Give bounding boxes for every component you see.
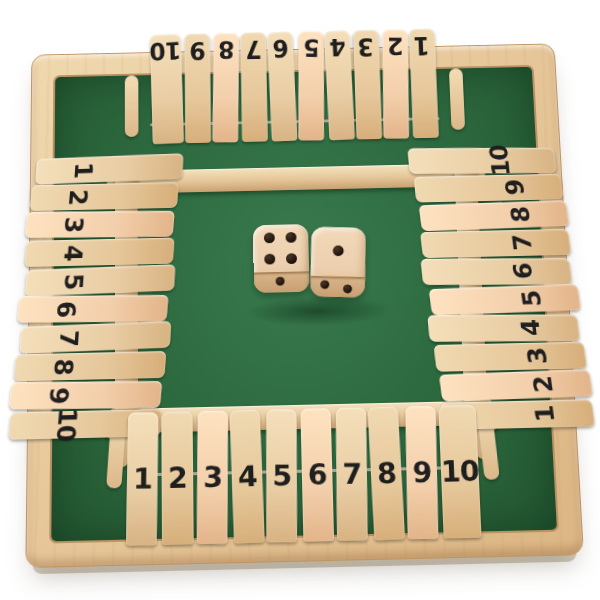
tile-left-3[interactable]: 3 [25,211,175,238]
tile-number: 6 [509,263,536,279]
tile-number: 10 [52,408,80,442]
board-scene: 10 9 8 7 6 5 4 3 2 1 1 2 3 4 5 6 7 8 9 1… [25,43,584,568]
product-photo-canvas: 10 9 8 7 6 5 4 3 2 1 1 2 3 4 5 6 7 8 9 1… [0,0,600,600]
pip [286,253,297,264]
pip [264,254,275,265]
tile-bottom-7[interactable]: 7 [336,408,368,541]
rack-endwall [125,75,139,137]
die-left-showing-4[interactable] [253,224,310,293]
tile-number: 3 [61,217,87,233]
tile-top-2[interactable]: 2 [382,29,409,138]
tile-bottom-6[interactable]: 6 [300,408,334,542]
tile-number: 3 [203,463,222,492]
tile-top-3[interactable]: 3 [353,30,382,140]
tile-number: 5 [518,290,545,307]
tile-number: 4 [237,462,257,491]
tile-number: 7 [509,235,536,251]
tile-number: 7 [56,330,82,347]
pip [276,277,285,286]
tile-top-9[interactable]: 9 [185,33,212,143]
tile-number: 10 [441,457,480,486]
tile-number: 8 [507,206,534,223]
tile-number: 10 [486,145,514,176]
tile-right-10[interactable]: 10 [407,148,556,174]
tile-number: 5 [303,36,318,60]
tile-number: 1 [531,405,558,422]
tile-number: 9 [45,387,72,404]
tile-number: 6 [307,461,326,490]
tile-number: 3 [358,35,374,59]
tile-number: 4 [517,320,544,336]
rack-right: 10 9 8 7 6 5 4 3 2 1 [410,146,595,429]
tile-bottom-10[interactable]: 10 [438,405,481,539]
die-front-face-2 [310,276,365,298]
tile-left-7[interactable]: 7 [20,321,172,354]
tile-number: 2 [168,464,187,493]
tile-number: 4 [60,245,86,261]
tile-number: 7 [342,460,361,489]
pip [320,280,329,289]
tile-right-8[interactable]: 8 [419,200,570,231]
tile-top-6[interactable]: 6 [268,31,298,141]
tile-left-4[interactable]: 4 [24,238,174,267]
tile-number: 10 [150,38,182,63]
tile-number: 9 [501,179,528,195]
tile-number: 9 [190,38,206,62]
tile-number: 2 [387,34,403,58]
pip [286,232,297,243]
tile-number: 8 [377,459,397,488]
pip [343,284,352,293]
shut-the-box-board: 10 9 8 7 6 5 4 3 2 1 1 2 3 4 5 6 7 8 9 1… [25,43,584,568]
rack-left: 1 2 3 4 5 6 7 8 9 10 [8,155,180,440]
tile-right-9[interactable]: 9 [413,174,563,203]
tile-left-8[interactable]: 8 [14,351,167,381]
tile-number: 5 [273,462,292,491]
tile-number: 7 [246,37,262,61]
rack-top: 10 9 8 7 6 5 4 3 2 1 [151,29,439,144]
tile-right-4[interactable]: 4 [427,314,580,341]
tile-left-1[interactable]: 1 [35,153,183,184]
die-top-face-1 [311,227,366,278]
tile-right-2[interactable]: 2 [439,369,593,401]
tile-left-6[interactable]: 6 [17,295,169,323]
tile-bottom-1[interactable]: 1 [126,412,159,545]
tile-top-10[interactable]: 10 [150,34,184,145]
dice-shadow [242,294,394,329]
tile-number: 3 [523,348,550,365]
pip [264,232,275,243]
pip [333,245,344,256]
tile-bottom-9[interactable]: 9 [405,406,439,539]
tile-number: 8 [50,358,76,375]
tile-top-4[interactable]: 4 [324,30,355,140]
tile-bottom-5[interactable]: 5 [267,409,298,542]
tile-top-7[interactable]: 7 [241,32,268,142]
tile-top-8[interactable]: 8 [213,33,240,142]
tile-number: 9 [412,459,431,488]
tile-number: 5 [61,273,87,290]
tile-right-6[interactable]: 6 [421,258,573,285]
die-right-showing-1[interactable] [310,227,366,298]
tile-bottom-2[interactable]: 2 [162,411,194,545]
tile-number: 6 [53,301,79,317]
tile-bottom-8[interactable]: 8 [368,406,406,540]
tile-right-3[interactable]: 3 [434,342,587,372]
tile-number: 1 [70,162,96,178]
tile-right-5[interactable]: 5 [429,284,581,316]
tile-bottom-3[interactable]: 3 [196,411,228,544]
die-top-face-4 [253,224,309,273]
rack-endwall [449,68,465,130]
tile-number: 2 [65,189,91,205]
tile-number: 8 [219,38,235,62]
tile-left-9[interactable]: 9 [9,381,162,409]
tile-bottom-4[interactable]: 4 [230,409,266,543]
tile-number: 4 [329,35,346,59]
tile-number: 2 [529,376,556,393]
tile-number: 6 [273,36,290,61]
tile-top-5[interactable]: 5 [298,31,324,140]
tile-number: 1 [133,465,152,494]
tile-left-2[interactable]: 2 [29,182,178,211]
rack-bottom: 1 2 3 4 5 6 7 8 9 10 [127,405,482,546]
tile-left-5[interactable]: 5 [25,264,176,296]
tile-number: 1 [414,33,430,57]
die-front-face-1 [254,271,310,293]
tile-right-7[interactable]: 7 [420,229,571,258]
tile-top-1[interactable]: 1 [409,29,439,139]
